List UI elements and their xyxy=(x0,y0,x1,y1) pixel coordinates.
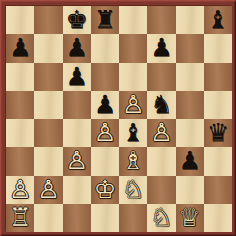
square-d8[interactable]: ♜ xyxy=(91,6,119,34)
black-pawn[interactable]: ♟ xyxy=(94,91,116,119)
square-f2[interactable] xyxy=(147,176,175,204)
square-f3[interactable] xyxy=(147,147,175,175)
square-e2[interactable]: ♘ xyxy=(119,176,147,204)
square-c5[interactable] xyxy=(63,91,91,119)
square-h6[interactable] xyxy=(204,63,232,91)
white-pawn[interactable]: ♙ xyxy=(37,176,59,204)
black-rook[interactable]: ♜ xyxy=(94,6,116,34)
white-knight[interactable]: ♘ xyxy=(122,176,144,204)
square-b2[interactable]: ♙ xyxy=(34,176,62,204)
black-king[interactable]: ♚ xyxy=(65,6,87,34)
chess-board-frame: ♚♜♝♟♟♟♟♟♙♞♙♝♙♛♙♗♟♙♙♔♘♖♘♕ xyxy=(0,0,236,236)
square-f5[interactable]: ♞ xyxy=(147,91,175,119)
square-a4[interactable] xyxy=(6,119,34,147)
square-e6[interactable] xyxy=(119,63,147,91)
square-g8[interactable] xyxy=(176,6,204,34)
square-d4[interactable]: ♙ xyxy=(91,119,119,147)
white-pawn[interactable]: ♙ xyxy=(94,119,116,147)
white-rook[interactable]: ♖ xyxy=(9,204,31,232)
white-king[interactable]: ♔ xyxy=(94,176,116,204)
square-d7[interactable] xyxy=(91,34,119,62)
square-a1[interactable]: ♖ xyxy=(6,204,34,232)
square-d5[interactable]: ♟ xyxy=(91,91,119,119)
white-bishop[interactable]: ♗ xyxy=(122,147,144,175)
square-b4[interactable] xyxy=(34,119,62,147)
square-h4[interactable]: ♛ xyxy=(204,119,232,147)
black-knight[interactable]: ♞ xyxy=(150,91,172,119)
square-h8[interactable]: ♝ xyxy=(204,6,232,34)
square-c8[interactable]: ♚ xyxy=(63,6,91,34)
square-f8[interactable] xyxy=(147,6,175,34)
black-pawn[interactable]: ♟ xyxy=(150,34,172,62)
black-pawn[interactable]: ♟ xyxy=(178,147,200,175)
square-a3[interactable] xyxy=(6,147,34,175)
white-pawn[interactable]: ♙ xyxy=(65,147,87,175)
black-pawn[interactable]: ♟ xyxy=(65,63,87,91)
square-b1[interactable] xyxy=(34,204,62,232)
square-b7[interactable] xyxy=(34,34,62,62)
square-c7[interactable]: ♟ xyxy=(63,34,91,62)
square-a6[interactable] xyxy=(6,63,34,91)
square-c6[interactable]: ♟ xyxy=(63,63,91,91)
square-b5[interactable] xyxy=(34,91,62,119)
square-d1[interactable] xyxy=(91,204,119,232)
square-b6[interactable] xyxy=(34,63,62,91)
black-bishop[interactable]: ♝ xyxy=(207,6,229,34)
square-f4[interactable]: ♙ xyxy=(147,119,175,147)
square-e1[interactable] xyxy=(119,204,147,232)
square-a5[interactable] xyxy=(6,91,34,119)
square-d3[interactable] xyxy=(91,147,119,175)
square-f1[interactable]: ♘ xyxy=(147,204,175,232)
square-b8[interactable] xyxy=(34,6,62,34)
square-a7[interactable]: ♟ xyxy=(6,34,34,62)
square-g1[interactable]: ♕ xyxy=(176,204,204,232)
square-a8[interactable] xyxy=(6,6,34,34)
square-c4[interactable] xyxy=(63,119,91,147)
square-e3[interactable]: ♗ xyxy=(119,147,147,175)
white-knight[interactable]: ♘ xyxy=(150,204,172,232)
square-g2[interactable] xyxy=(176,176,204,204)
square-e7[interactable] xyxy=(119,34,147,62)
black-pawn[interactable]: ♟ xyxy=(9,34,31,62)
square-f7[interactable]: ♟ xyxy=(147,34,175,62)
black-pawn[interactable]: ♟ xyxy=(65,34,87,62)
square-b3[interactable] xyxy=(34,147,62,175)
square-g5[interactable] xyxy=(176,91,204,119)
square-e8[interactable] xyxy=(119,6,147,34)
chess-board: ♚♜♝♟♟♟♟♟♙♞♙♝♙♛♙♗♟♙♙♔♘♖♘♕ xyxy=(5,5,231,231)
square-g3[interactable]: ♟ xyxy=(176,147,204,175)
square-h2[interactable] xyxy=(204,176,232,204)
square-c2[interactable] xyxy=(63,176,91,204)
square-e4[interactable]: ♝ xyxy=(119,119,147,147)
square-h7[interactable] xyxy=(204,34,232,62)
white-pawn[interactable]: ♙ xyxy=(122,91,144,119)
square-f6[interactable] xyxy=(147,63,175,91)
square-g4[interactable] xyxy=(176,119,204,147)
square-g6[interactable] xyxy=(176,63,204,91)
square-e5[interactable]: ♙ xyxy=(119,91,147,119)
square-c1[interactable] xyxy=(63,204,91,232)
square-h5[interactable] xyxy=(204,91,232,119)
square-c3[interactable]: ♙ xyxy=(63,147,91,175)
square-d2[interactable]: ♔ xyxy=(91,176,119,204)
white-queen[interactable]: ♕ xyxy=(178,204,200,232)
white-pawn[interactable]: ♙ xyxy=(9,176,31,204)
black-bishop[interactable]: ♝ xyxy=(122,119,144,147)
square-a2[interactable]: ♙ xyxy=(6,176,34,204)
square-d6[interactable] xyxy=(91,63,119,91)
black-queen[interactable]: ♛ xyxy=(207,119,229,147)
square-h3[interactable] xyxy=(204,147,232,175)
square-g7[interactable] xyxy=(176,34,204,62)
white-pawn[interactable]: ♙ xyxy=(150,119,172,147)
square-h1[interactable] xyxy=(204,204,232,232)
